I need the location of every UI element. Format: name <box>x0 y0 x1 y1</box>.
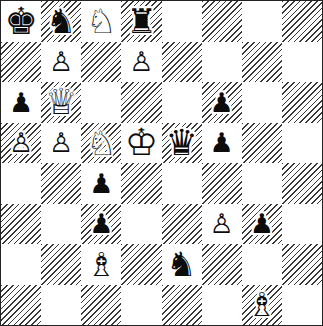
square-h8[interactable] <box>282 1 322 42</box>
square-h2[interactable] <box>282 244 322 285</box>
square-d6[interactable] <box>121 82 161 123</box>
square-c3[interactable]: ♟ <box>81 204 121 245</box>
square-g3[interactable]: ♟ <box>242 204 282 245</box>
white-bishop-g1: ♗ <box>247 288 277 321</box>
black-pawn-a6: ♟ <box>9 89 33 116</box>
square-c8[interactable]: ♘ <box>81 1 121 42</box>
square-b7[interactable]: ♙ <box>41 42 81 83</box>
square-c4[interactable]: ♟ <box>81 163 121 204</box>
square-b2[interactable] <box>41 244 81 285</box>
chess-board: ♚♞♘♜♙♙♟♕♟♙♙♘♔♛♟♟♟♙♟♗♞♗ <box>0 0 323 326</box>
square-a3[interactable] <box>1 204 41 245</box>
square-f5[interactable]: ♟ <box>202 123 242 164</box>
square-e5[interactable]: ♛ <box>162 123 202 164</box>
square-d1[interactable] <box>121 285 161 326</box>
black-king-a8: ♚ <box>4 3 37 40</box>
square-e7[interactable] <box>162 42 202 83</box>
square-f7[interactable] <box>202 42 242 83</box>
square-b3[interactable] <box>41 204 81 245</box>
square-c6[interactable] <box>81 82 121 123</box>
square-d4[interactable] <box>121 163 161 204</box>
square-g2[interactable] <box>242 244 282 285</box>
square-d3[interactable] <box>121 204 161 245</box>
square-c5[interactable]: ♘ <box>81 123 121 164</box>
chess-diagram: ♚♞♘♜♙♙♟♕♟♙♙♘♔♛♟♟♟♙♟♗♞♗ <box>0 0 323 326</box>
square-c1[interactable] <box>81 285 121 326</box>
black-pawn-f5: ♟ <box>210 129 234 156</box>
white-pawn-f3: ♙ <box>210 210 234 237</box>
square-f8[interactable] <box>202 1 242 42</box>
square-e6[interactable] <box>162 82 202 123</box>
square-d8[interactable]: ♜ <box>121 1 161 42</box>
square-d2[interactable] <box>121 244 161 285</box>
square-a1[interactable] <box>1 285 41 326</box>
white-knight-c8: ♘ <box>86 4 116 38</box>
black-pawn-g3: ♟ <box>250 210 274 237</box>
square-g7[interactable] <box>242 42 282 83</box>
square-g6[interactable] <box>242 82 282 123</box>
square-b8[interactable]: ♞ <box>41 1 81 42</box>
square-g1[interactable]: ♗ <box>242 285 282 326</box>
white-knight-c5: ♘ <box>86 126 116 160</box>
square-h7[interactable] <box>282 42 322 83</box>
square-f1[interactable] <box>202 285 242 326</box>
black-pawn-c4: ♟ <box>89 170 113 197</box>
square-a6[interactable]: ♟ <box>1 82 41 123</box>
square-d7[interactable]: ♙ <box>121 42 161 83</box>
square-e1[interactable] <box>162 285 202 326</box>
square-a4[interactable] <box>1 163 41 204</box>
square-d5[interactable]: ♔ <box>121 123 161 164</box>
square-e8[interactable] <box>162 1 202 42</box>
square-g8[interactable] <box>242 1 282 42</box>
black-pawn-f6: ♟ <box>210 89 234 116</box>
square-g4[interactable] <box>242 163 282 204</box>
white-queen-b6: ♕ <box>45 84 77 120</box>
black-queen-e5: ♛ <box>165 125 197 161</box>
square-e4[interactable] <box>162 163 202 204</box>
white-pawn-d7: ♙ <box>129 48 153 75</box>
white-king-d5: ♔ <box>125 124 158 161</box>
square-f2[interactable] <box>202 244 242 285</box>
square-a8[interactable]: ♚ <box>1 1 41 42</box>
square-b6[interactable]: ♕ <box>41 82 81 123</box>
square-b1[interactable] <box>41 285 81 326</box>
square-h6[interactable] <box>282 82 322 123</box>
square-c2[interactable]: ♗ <box>81 244 121 285</box>
white-pawn-b7: ♙ <box>49 48 73 75</box>
square-e3[interactable] <box>162 204 202 245</box>
square-h4[interactable] <box>282 163 322 204</box>
square-e2[interactable]: ♞ <box>162 244 202 285</box>
black-knight-e2: ♞ <box>166 247 196 281</box>
square-f3[interactable]: ♙ <box>202 204 242 245</box>
square-g5[interactable] <box>242 123 282 164</box>
square-a7[interactable] <box>1 42 41 83</box>
square-b4[interactable] <box>41 163 81 204</box>
black-knight-b8: ♞ <box>46 4 76 38</box>
square-h5[interactable] <box>282 123 322 164</box>
black-rook-d8: ♜ <box>126 4 156 38</box>
white-pawn-a5: ♙ <box>9 129 33 156</box>
square-c7[interactable] <box>81 42 121 83</box>
square-f6[interactable]: ♟ <box>202 82 242 123</box>
white-bishop-c2: ♗ <box>87 248 117 281</box>
square-b5[interactable]: ♙ <box>41 123 81 164</box>
white-pawn-b5: ♙ <box>49 129 73 156</box>
square-a2[interactable] <box>1 244 41 285</box>
square-h3[interactable] <box>282 204 322 245</box>
square-f4[interactable] <box>202 163 242 204</box>
black-pawn-c3: ♟ <box>89 210 113 237</box>
square-a5[interactable]: ♙ <box>1 123 41 164</box>
square-h1[interactable] <box>282 285 322 326</box>
